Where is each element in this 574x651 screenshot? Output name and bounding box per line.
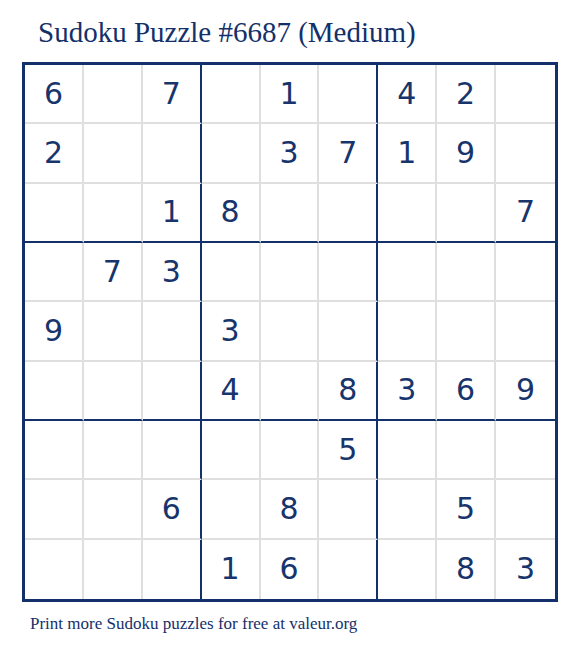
sudoku-cell-r6c5[interactable] [261, 362, 320, 421]
sudoku-cell-r2c2[interactable] [84, 124, 143, 183]
sudoku-cell-r9c1[interactable] [25, 540, 84, 599]
sudoku-cell-r6c8: 6 [437, 362, 496, 421]
sudoku-cell-r1c6[interactable] [319, 65, 378, 124]
sudoku-cell-r4c9[interactable] [496, 243, 555, 302]
sudoku-cell-r9c9: 3 [496, 540, 555, 599]
sudoku-cell-r3c2[interactable] [84, 184, 143, 243]
sudoku-cell-r2c8: 9 [437, 124, 496, 183]
sudoku-cell-r8c4[interactable] [202, 480, 261, 539]
sudoku-cell-r9c6[interactable] [319, 540, 378, 599]
sudoku-cell-r1c5: 1 [261, 65, 320, 124]
sudoku-cell-r4c6[interactable] [319, 243, 378, 302]
sudoku-cell-r5c1: 9 [25, 302, 84, 361]
sudoku-cell-r5c6[interactable] [319, 302, 378, 361]
sudoku-cell-r2c7: 1 [378, 124, 437, 183]
sudoku-cell-r4c1[interactable] [25, 243, 84, 302]
sudoku-cell-r9c8: 8 [437, 540, 496, 599]
sudoku-cell-r3c4: 8 [202, 184, 261, 243]
sudoku-cell-r7c9[interactable] [496, 421, 555, 480]
sudoku-cell-r7c8[interactable] [437, 421, 496, 480]
sudoku-cell-r4c3: 3 [143, 243, 202, 302]
sudoku-cell-r5c5[interactable] [261, 302, 320, 361]
sudoku-cell-r8c2[interactable] [84, 480, 143, 539]
sudoku-cell-r1c2[interactable] [84, 65, 143, 124]
sudoku-cell-r1c3: 7 [143, 65, 202, 124]
sudoku-cell-r6c9: 9 [496, 362, 555, 421]
sudoku-cell-r7c5[interactable] [261, 421, 320, 480]
sudoku-cell-r8c6[interactable] [319, 480, 378, 539]
sudoku-cell-r3c1[interactable] [25, 184, 84, 243]
sudoku-cell-r1c7: 4 [378, 65, 437, 124]
sudoku-cell-r2c4[interactable] [202, 124, 261, 183]
sudoku-cell-r4c8[interactable] [437, 243, 496, 302]
sudoku-cell-r7c2[interactable] [84, 421, 143, 480]
sudoku-cell-r5c8[interactable] [437, 302, 496, 361]
sudoku-cell-r6c6: 8 [319, 362, 378, 421]
sudoku-cell-r4c2: 7 [84, 243, 143, 302]
sudoku-cell-r7c6: 5 [319, 421, 378, 480]
sudoku-cell-r3c5[interactable] [261, 184, 320, 243]
sudoku-cell-r8c8: 5 [437, 480, 496, 539]
sudoku-cell-r4c7[interactable] [378, 243, 437, 302]
sudoku-cell-r6c1[interactable] [25, 362, 84, 421]
sudoku-cell-r9c3[interactable] [143, 540, 202, 599]
sudoku-cell-r2c9[interactable] [496, 124, 555, 183]
sudoku-cell-r5c4: 3 [202, 302, 261, 361]
sudoku-cell-r8c5: 8 [261, 480, 320, 539]
sudoku-cell-r5c2[interactable] [84, 302, 143, 361]
sudoku-cell-r7c1[interactable] [25, 421, 84, 480]
sudoku-cell-r1c8: 2 [437, 65, 496, 124]
sudoku-cell-r9c7[interactable] [378, 540, 437, 599]
sudoku-cell-r2c3[interactable] [143, 124, 202, 183]
sudoku-cell-r4c5[interactable] [261, 243, 320, 302]
sudoku-cell-r6c2[interactable] [84, 362, 143, 421]
sudoku-cell-r8c1[interactable] [25, 480, 84, 539]
sudoku-cell-r1c4[interactable] [202, 65, 261, 124]
sudoku-cell-r8c9[interactable] [496, 480, 555, 539]
sudoku-cell-r3c7[interactable] [378, 184, 437, 243]
sudoku-cell-r7c7[interactable] [378, 421, 437, 480]
sudoku-cell-r4c4[interactable] [202, 243, 261, 302]
sudoku-cell-r3c6[interactable] [319, 184, 378, 243]
sudoku-cell-r8c7[interactable] [378, 480, 437, 539]
sudoku-cell-r8c3: 6 [143, 480, 202, 539]
sudoku-cell-r1c9[interactable] [496, 65, 555, 124]
sudoku-cell-r2c5: 3 [261, 124, 320, 183]
sudoku-cell-r6c7: 3 [378, 362, 437, 421]
sudoku-cell-r2c1: 2 [25, 124, 84, 183]
sudoku-cell-r2c6: 7 [319, 124, 378, 183]
sudoku-cell-r5c7[interactable] [378, 302, 437, 361]
sudoku-cell-r6c3[interactable] [143, 362, 202, 421]
sudoku-cell-r5c3[interactable] [143, 302, 202, 361]
sudoku-cell-r5c9[interactable] [496, 302, 555, 361]
footer-text: Print more Sudoku puzzles for free at va… [30, 614, 357, 634]
sudoku-cell-r3c3: 1 [143, 184, 202, 243]
sudoku-cell-r7c4[interactable] [202, 421, 261, 480]
page-title: Sudoku Puzzle #6687 (Medium) [38, 16, 416, 49]
sudoku-cell-r9c2[interactable] [84, 540, 143, 599]
sudoku-cell-r9c4: 1 [202, 540, 261, 599]
sudoku-cell-r6c4: 4 [202, 362, 261, 421]
sudoku-cell-r3c9: 7 [496, 184, 555, 243]
sudoku-board: 671422371918773934836956851683 [22, 62, 558, 602]
sudoku-cell-r9c5: 6 [261, 540, 320, 599]
sudoku-cell-r7c3[interactable] [143, 421, 202, 480]
sudoku-cell-r3c8[interactable] [437, 184, 496, 243]
sudoku-cell-r1c1: 6 [25, 65, 84, 124]
